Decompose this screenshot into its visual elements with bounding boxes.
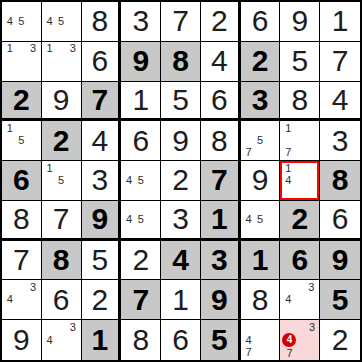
cell-r8c6[interactable]: 9	[201, 280, 241, 320]
pencil-mark: 7	[282, 147, 294, 159]
given-digit: 7	[92, 85, 109, 115]
pencil-marks: 45	[121, 161, 160, 200]
given-digit: 8	[332, 165, 349, 195]
cell-r3c1[interactable]: 2	[2, 82, 42, 122]
pencil-mark: 4	[243, 213, 255, 225]
error-circle: 4	[282, 333, 296, 347]
cell-r4c2[interactable]: 2	[42, 121, 82, 161]
solved-digit: 6	[172, 325, 189, 355]
pencil-mark: 7	[282, 347, 296, 359]
solved-digit: 7	[332, 46, 349, 76]
cell-r5c6[interactable]: 7	[201, 161, 241, 201]
solved-digit: 9	[13, 325, 30, 355]
cell-r5c7[interactable]: 9	[241, 161, 281, 201]
solved-digit: 8	[291, 85, 308, 115]
cell-r9c7[interactable]: 47	[241, 320, 281, 360]
cell-r5c9[interactable]: 8	[320, 161, 360, 201]
cell-r6c1[interactable]: 8	[2, 201, 42, 241]
cell-r6c9[interactable]: 6	[320, 201, 360, 241]
cell-r3c9[interactable]: 4	[320, 82, 360, 122]
pencil-mark: 7	[243, 147, 255, 159]
cell-r6c3[interactable]: 9	[82, 201, 122, 241]
solved-digit: 3	[172, 204, 189, 234]
given-digit: 6	[291, 245, 308, 275]
solved-digit: 6	[252, 6, 269, 36]
cell-r8c7[interactable]: 8	[241, 280, 281, 320]
cell-r5c3[interactable]: 3	[82, 161, 122, 201]
cell-r2c4[interactable]: 9	[121, 42, 161, 82]
pencil-mark: 4	[123, 213, 135, 225]
cell-r8c4[interactable]: 7	[121, 280, 161, 320]
solved-digit: 1	[172, 285, 189, 315]
given-digit: 9	[332, 245, 349, 275]
cell-r4c1[interactable]: 15	[2, 121, 42, 161]
pencil-mark: 3	[27, 43, 39, 55]
pencil-mark: 5	[254, 213, 266, 225]
pencil-mark: 4	[282, 174, 294, 186]
solved-digit: 2	[172, 165, 189, 195]
pencil-mark: 1	[44, 162, 56, 174]
pencil-mark: 5	[16, 135, 28, 147]
solved-digit: 7	[53, 204, 70, 234]
pencil-mark: 5	[55, 174, 67, 186]
cell-r1c1[interactable]: 45	[2, 2, 42, 42]
given-digit: 8	[172, 46, 189, 76]
solved-digit: 7	[172, 6, 189, 36]
cell-r1c2[interactable]: 45	[42, 2, 82, 42]
solved-digit: 9	[53, 85, 70, 115]
cell-r5c1[interactable]: 6	[2, 161, 42, 201]
cell-r5c5[interactable]: 2	[161, 161, 201, 201]
cell-r9c4[interactable]: 8	[121, 320, 161, 360]
given-digit: 1	[252, 245, 269, 275]
cell-r7c2[interactable]: 8	[42, 241, 82, 281]
given-digit: 3	[252, 85, 269, 115]
pencil-marks: 45	[42, 2, 81, 41]
cell-r8c5[interactable]: 1	[161, 280, 201, 320]
cell-r1c4[interactable]: 3	[121, 2, 161, 42]
pencil-marks: 13	[42, 42, 81, 81]
cell-r7c3[interactable]: 5	[82, 241, 122, 281]
pencil-mark: 3	[307, 321, 317, 333]
cell-r9c9[interactable]: 2	[320, 320, 360, 360]
given-digit: 5	[211, 325, 228, 355]
pencil-mark: 4	[4, 15, 16, 27]
cell-r3c7[interactable]: 3	[241, 82, 281, 122]
solved-digit: 2	[92, 285, 109, 315]
pencil-marks: 14	[280, 161, 319, 200]
pencil-mark: 1	[4, 43, 16, 55]
cell-r8c9[interactable]: 5	[320, 280, 360, 320]
cell-r6c2[interactable]: 7	[42, 201, 82, 241]
pencil-mark-circled: 4	[282, 333, 296, 347]
solved-digit: 2	[132, 245, 149, 275]
pencil-marks: 15	[42, 161, 81, 200]
cell-r6c6[interactable]: 1	[201, 201, 241, 241]
pencil-mark: 3	[306, 281, 318, 293]
cell-r1c6[interactable]: 2	[201, 2, 241, 42]
solved-digit: 3	[132, 6, 149, 36]
given-digit: 7	[132, 285, 149, 315]
pencil-marks: 57	[241, 121, 280, 160]
solved-digit: 6	[53, 285, 70, 315]
cell-r8c2[interactable]: 6	[42, 280, 82, 320]
solved-digit: 4	[92, 126, 109, 156]
given-digit: 5	[332, 285, 349, 315]
solved-digit: 7	[13, 245, 30, 275]
pencil-mark: 4	[243, 334, 255, 347]
solved-digit: 4	[332, 85, 349, 115]
pencil-mark: 3	[27, 281, 39, 293]
pencil-marks: 13	[2, 42, 41, 81]
given-digit: 2	[291, 204, 308, 234]
cell-r1c5[interactable]: 7	[161, 2, 201, 42]
cell-r9c2[interactable]: 34	[42, 320, 82, 360]
pencil-mark: 5	[55, 15, 67, 27]
solved-digit: 1	[132, 85, 149, 115]
solved-digit: 2	[332, 325, 349, 355]
pencil-marks: 45	[2, 2, 41, 41]
solved-digit: 5	[291, 46, 308, 76]
given-digit: 7	[211, 165, 228, 195]
cell-r2c9[interactable]: 7	[320, 42, 360, 82]
given-digit: 2	[13, 85, 30, 115]
solved-digit: 8	[132, 325, 149, 355]
cell-r4c6[interactable]: 8	[201, 121, 241, 161]
cell-r7c4[interactable]: 2	[121, 241, 161, 281]
pencil-mark: 1	[282, 162, 294, 174]
cell-r6c8[interactable]: 2	[280, 201, 320, 241]
cell-r4c5[interactable]: 9	[161, 121, 201, 161]
cell-r2c2[interactable]: 13	[42, 42, 82, 82]
cell-r6c7[interactable]: 45	[241, 201, 281, 241]
cell-r6c4[interactable]: 45	[121, 201, 161, 241]
pencil-mark: 5	[254, 135, 266, 147]
pencil-mark: 4	[123, 174, 135, 186]
cell-r5c2[interactable]: 15	[42, 161, 82, 201]
given-digit: 9	[132, 46, 149, 76]
solved-digit: 9	[291, 6, 308, 36]
pencil-marks: 34	[42, 320, 81, 360]
cell-r5c8[interactable]: 14	[280, 161, 320, 201]
pencil-mark: 1	[282, 122, 294, 134]
cell-r7c6[interactable]: 3	[201, 241, 241, 281]
cell-r4c8[interactable]: 17	[280, 121, 320, 161]
cell-r2c3[interactable]: 6	[82, 42, 122, 82]
sudoku-board: 4545837269113136984257297156384152469857…	[0, 0, 362, 362]
given-digit: 9	[211, 285, 228, 315]
cell-r1c3[interactable]: 8	[82, 2, 122, 42]
cell-r9c3[interactable]: 1	[82, 320, 122, 360]
solved-digit: 6	[92, 46, 109, 76]
solved-digit: 5	[92, 245, 109, 275]
pencil-mark: 4	[4, 294, 16, 306]
solved-digit: 3	[332, 126, 349, 156]
cell-r2c1[interactable]: 13	[2, 42, 42, 82]
cell-r4c9[interactable]: 3	[320, 121, 360, 161]
given-digit: 2	[252, 46, 269, 76]
given-digit: 6	[13, 165, 30, 195]
pencil-mark: 4	[44, 334, 56, 347]
solved-digit: 9	[172, 126, 189, 156]
cell-r8c3[interactable]: 2	[82, 280, 122, 320]
pencil-marks: 47	[241, 320, 280, 360]
pencil-marks: 45	[241, 201, 280, 238]
cell-r4c3[interactable]: 4	[82, 121, 122, 161]
cell-r9c1[interactable]: 9	[2, 320, 42, 360]
pencil-mark: 3	[67, 321, 79, 334]
cell-r7c8[interactable]: 6	[280, 241, 320, 281]
solved-digit: 9	[252, 165, 269, 195]
solved-digit: 6	[132, 126, 149, 156]
cell-r5c4[interactable]: 45	[121, 161, 161, 201]
pencil-marks: 17	[280, 121, 319, 160]
given-digit: 2	[53, 126, 70, 156]
cell-r8c1[interactable]: 34	[2, 280, 42, 320]
pencil-mark: 1	[44, 43, 56, 55]
solved-digit: 3	[92, 165, 109, 195]
given-digit: 3	[211, 245, 228, 275]
pencil-mark: 5	[16, 15, 28, 27]
solved-digit: 4	[211, 46, 228, 76]
given-digit: 1	[211, 204, 228, 234]
solved-digit: 8	[252, 285, 269, 315]
pencil-marks: 34	[280, 280, 319, 319]
pencil-marks: 347	[280, 320, 319, 360]
pencil-marks: 45	[121, 201, 160, 238]
cell-r7c9[interactable]: 9	[320, 241, 360, 281]
cell-r7c1[interactable]: 7	[2, 241, 42, 281]
cell-r1c9[interactable]: 1	[320, 2, 360, 42]
given-digit: 9	[92, 204, 109, 234]
solved-digit: 6	[332, 204, 349, 234]
cell-r3c6[interactable]: 6	[201, 82, 241, 122]
cell-r3c8[interactable]: 8	[280, 82, 320, 122]
given-digit: 8	[53, 245, 70, 275]
cell-r3c2[interactable]: 9	[42, 82, 82, 122]
cell-r9c6[interactable]: 5	[201, 320, 241, 360]
given-digit: 4	[172, 245, 189, 275]
cell-r9c5[interactable]: 6	[161, 320, 201, 360]
cell-r6c5[interactable]: 3	[161, 201, 201, 241]
solved-digit: 8	[92, 6, 109, 36]
cell-r3c3[interactable]: 7	[82, 82, 122, 122]
cell-r8c8[interactable]: 34	[280, 280, 320, 320]
given-digit: 1	[92, 325, 109, 355]
cell-r2c5[interactable]: 8	[161, 42, 201, 82]
solved-digit: 1	[332, 6, 349, 36]
cell-r3c4[interactable]: 1	[121, 82, 161, 122]
solved-digit: 8	[211, 126, 228, 156]
pencil-mark: 3	[67, 43, 79, 55]
cell-r2c6[interactable]: 4	[201, 42, 241, 82]
pencil-mark: 1	[4, 122, 16, 134]
cell-r2c8[interactable]: 5	[280, 42, 320, 82]
solved-digit: 6	[211, 85, 228, 115]
cell-r2c7[interactable]: 2	[241, 42, 281, 82]
pencil-mark: 4	[282, 294, 294, 306]
cell-r7c5[interactable]: 4	[161, 241, 201, 281]
pencil-mark: 5	[135, 213, 147, 225]
pencil-marks: 15	[2, 121, 41, 160]
cell-r4c4[interactable]: 6	[121, 121, 161, 161]
solved-digit: 2	[211, 6, 228, 36]
pencil-mark: 7	[243, 346, 255, 359]
cell-r9c8[interactable]: 347	[280, 320, 320, 360]
pencil-mark: 4	[44, 15, 56, 27]
cell-r7c7[interactable]: 1	[241, 241, 281, 281]
cell-r4c7[interactable]: 57	[241, 121, 281, 161]
solved-digit: 8	[13, 204, 30, 234]
pencil-mark: 5	[135, 174, 147, 186]
pencil-marks: 34	[2, 280, 41, 319]
cell-r1c8[interactable]: 9	[280, 2, 320, 42]
solved-digit: 5	[172, 85, 189, 115]
cell-r1c7[interactable]: 6	[241, 2, 281, 42]
cell-r3c5[interactable]: 5	[161, 82, 201, 122]
